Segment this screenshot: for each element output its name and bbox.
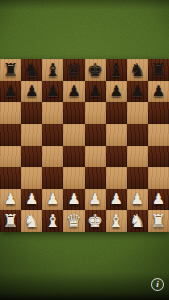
square-a7[interactable]: ♟ bbox=[0, 81, 21, 103]
piece-black-queen-d8[interactable]: ♛ bbox=[63, 59, 84, 81]
square-a6[interactable] bbox=[0, 102, 21, 124]
square-e8[interactable]: ♚ bbox=[85, 59, 106, 81]
piece-white-pawn-b2[interactable]: ♟ bbox=[21, 189, 42, 211]
piece-white-pawn-f2[interactable]: ♟ bbox=[106, 189, 127, 211]
info-button[interactable]: i bbox=[151, 278, 164, 291]
square-b8[interactable]: ♞ bbox=[21, 59, 42, 81]
square-f1[interactable]: ♝ bbox=[106, 210, 127, 232]
piece-black-pawn-b7[interactable]: ♟ bbox=[21, 81, 42, 103]
piece-black-pawn-d7[interactable]: ♟ bbox=[63, 81, 84, 103]
square-a2[interactable]: ♟ bbox=[0, 189, 21, 211]
piece-black-pawn-h7[interactable]: ♟ bbox=[148, 81, 169, 103]
piece-white-pawn-h2[interactable]: ♟ bbox=[148, 189, 169, 211]
square-d5[interactable] bbox=[63, 124, 84, 146]
piece-black-knight-g8[interactable]: ♞ bbox=[127, 59, 148, 81]
square-f2[interactable]: ♟ bbox=[106, 189, 127, 211]
piece-black-pawn-g7[interactable]: ♟ bbox=[127, 81, 148, 103]
square-f4[interactable] bbox=[106, 146, 127, 168]
square-f5[interactable] bbox=[106, 124, 127, 146]
piece-white-queen-d1[interactable]: ♛ bbox=[63, 210, 84, 232]
chess-board: ♜♞♝♛♚♝♞♜♟♟♟♟♟♟♟♟♟♟♟♟♟♟♟♟♜♞♝♛♚♝♞♜ bbox=[0, 59, 169, 232]
piece-black-king-e8[interactable]: ♚ bbox=[85, 59, 106, 81]
piece-white-pawn-e2[interactable]: ♟ bbox=[85, 189, 106, 211]
square-c5[interactable] bbox=[42, 124, 63, 146]
square-b5[interactable] bbox=[21, 124, 42, 146]
square-b4[interactable] bbox=[21, 146, 42, 168]
square-h5[interactable] bbox=[148, 124, 169, 146]
square-f7[interactable]: ♟ bbox=[106, 81, 127, 103]
square-g8[interactable]: ♞ bbox=[127, 59, 148, 81]
square-g6[interactable] bbox=[127, 102, 148, 124]
piece-white-pawn-c2[interactable]: ♟ bbox=[42, 189, 63, 211]
square-h6[interactable] bbox=[148, 102, 169, 124]
piece-white-rook-a1[interactable]: ♜ bbox=[0, 210, 21, 232]
square-d8[interactable]: ♛ bbox=[63, 59, 84, 81]
square-b1[interactable]: ♞ bbox=[21, 210, 42, 232]
piece-black-bishop-c8[interactable]: ♝ bbox=[42, 59, 63, 81]
square-f6[interactable] bbox=[106, 102, 127, 124]
square-e4[interactable] bbox=[85, 146, 106, 168]
piece-black-pawn-f7[interactable]: ♟ bbox=[106, 81, 127, 103]
piece-white-rook-h1[interactable]: ♜ bbox=[148, 210, 169, 232]
square-e1[interactable]: ♚ bbox=[85, 210, 106, 232]
piece-white-pawn-g2[interactable]: ♟ bbox=[127, 189, 148, 211]
square-f3[interactable] bbox=[106, 167, 127, 189]
square-c7[interactable]: ♟ bbox=[42, 81, 63, 103]
piece-white-king-e1[interactable]: ♚ bbox=[85, 210, 106, 232]
piece-white-pawn-d2[interactable]: ♟ bbox=[63, 189, 84, 211]
square-b3[interactable] bbox=[21, 167, 42, 189]
square-h3[interactable] bbox=[148, 167, 169, 189]
square-h2[interactable]: ♟ bbox=[148, 189, 169, 211]
piece-white-bishop-f1[interactable]: ♝ bbox=[106, 210, 127, 232]
square-a1[interactable]: ♜ bbox=[0, 210, 21, 232]
square-d3[interactable] bbox=[63, 167, 84, 189]
square-e3[interactable] bbox=[85, 167, 106, 189]
square-b6[interactable] bbox=[21, 102, 42, 124]
square-a4[interactable] bbox=[0, 146, 21, 168]
piece-black-pawn-c7[interactable]: ♟ bbox=[42, 81, 63, 103]
square-a8[interactable]: ♜ bbox=[0, 59, 21, 81]
square-h7[interactable]: ♟ bbox=[148, 81, 169, 103]
square-c3[interactable] bbox=[42, 167, 63, 189]
square-e7[interactable]: ♟ bbox=[85, 81, 106, 103]
square-d7[interactable]: ♟ bbox=[63, 81, 84, 103]
square-d6[interactable] bbox=[63, 102, 84, 124]
square-a5[interactable] bbox=[0, 124, 21, 146]
piece-white-knight-g1[interactable]: ♞ bbox=[127, 210, 148, 232]
square-h8[interactable]: ♜ bbox=[148, 59, 169, 81]
piece-black-pawn-a7[interactable]: ♟ bbox=[0, 81, 21, 103]
square-e6[interactable] bbox=[85, 102, 106, 124]
piece-black-rook-a8[interactable]: ♜ bbox=[0, 59, 21, 81]
square-a3[interactable] bbox=[0, 167, 21, 189]
piece-white-pawn-a2[interactable]: ♟ bbox=[0, 189, 21, 211]
square-g1[interactable]: ♞ bbox=[127, 210, 148, 232]
square-c4[interactable] bbox=[42, 146, 63, 168]
square-d1[interactable]: ♛ bbox=[63, 210, 84, 232]
square-b2[interactable]: ♟ bbox=[21, 189, 42, 211]
square-e5[interactable] bbox=[85, 124, 106, 146]
square-c1[interactable]: ♝ bbox=[42, 210, 63, 232]
square-e2[interactable]: ♟ bbox=[85, 189, 106, 211]
square-h4[interactable] bbox=[148, 146, 169, 168]
square-f8[interactable]: ♝ bbox=[106, 59, 127, 81]
square-g3[interactable] bbox=[127, 167, 148, 189]
piece-black-pawn-e7[interactable]: ♟ bbox=[85, 81, 106, 103]
square-b7[interactable]: ♟ bbox=[21, 81, 42, 103]
square-d2[interactable]: ♟ bbox=[63, 189, 84, 211]
piece-white-bishop-c1[interactable]: ♝ bbox=[42, 210, 63, 232]
piece-white-knight-b1[interactable]: ♞ bbox=[21, 210, 42, 232]
piece-black-bishop-f8[interactable]: ♝ bbox=[106, 59, 127, 81]
square-c6[interactable] bbox=[42, 102, 63, 124]
square-g4[interactable] bbox=[127, 146, 148, 168]
square-g7[interactable]: ♟ bbox=[127, 81, 148, 103]
info-icon: i bbox=[156, 280, 159, 289]
square-g2[interactable]: ♟ bbox=[127, 189, 148, 211]
piece-black-knight-b8[interactable]: ♞ bbox=[21, 59, 42, 81]
piece-black-rook-h8[interactable]: ♜ bbox=[148, 59, 169, 81]
square-c8[interactable]: ♝ bbox=[42, 59, 63, 81]
square-d4[interactable] bbox=[63, 146, 84, 168]
square-c2[interactable]: ♟ bbox=[42, 189, 63, 211]
square-g5[interactable] bbox=[127, 124, 148, 146]
square-h1[interactable]: ♜ bbox=[148, 210, 169, 232]
